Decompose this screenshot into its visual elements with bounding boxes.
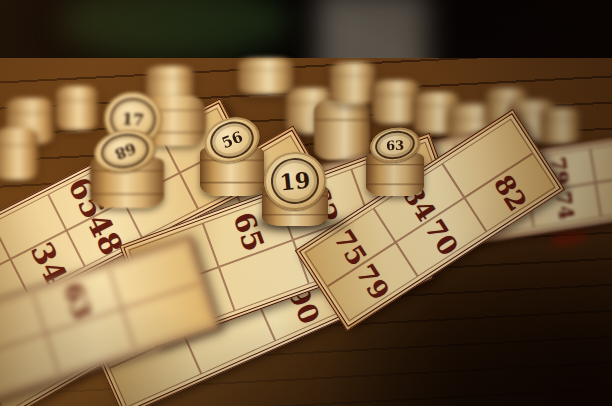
blurred-barrel <box>330 62 376 104</box>
blurred-barrel <box>542 108 580 144</box>
blurred-barrel <box>238 58 294 94</box>
barrel-19-hero: 19 <box>262 152 328 226</box>
blurred-barrel <box>372 80 420 124</box>
blurred-barrel <box>56 86 98 130</box>
barrel-number: 17 <box>121 109 145 130</box>
lotto-photo-scene: 30 417960637482 182330114345 653448 6365… <box>0 0 612 406</box>
barrel-68: 68 <box>90 134 164 208</box>
barrel-number: 19 <box>278 166 311 195</box>
barrel-number: 56 <box>219 128 245 153</box>
blurred-barrel <box>0 128 38 180</box>
barrel-56: 56 <box>200 120 264 196</box>
barrel-number: 63 <box>386 137 405 153</box>
barrel-number-ring: 68 <box>98 130 152 172</box>
barrel-number-ring: 19 <box>268 156 321 207</box>
barrel-63: 63 <box>366 128 424 196</box>
barrel-number: 68 <box>112 139 138 164</box>
blurred-barrel <box>314 100 370 160</box>
